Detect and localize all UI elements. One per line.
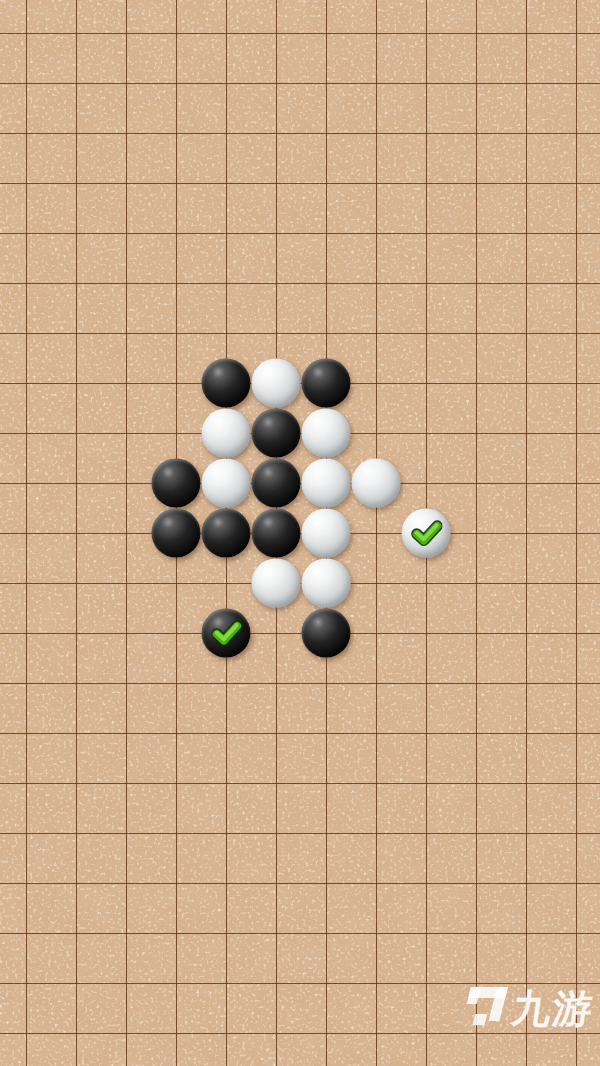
grid-line-horizontal <box>0 83 600 84</box>
stone-black <box>302 609 351 658</box>
grid-line-horizontal <box>0 633 600 634</box>
stone-black <box>202 509 251 558</box>
stone-white <box>302 409 351 458</box>
stone-white <box>202 409 251 458</box>
grid-line-horizontal <box>0 183 600 184</box>
watermark: 九游 <box>451 982 594 1036</box>
gomoku-screen: 九游 <box>0 0 600 1066</box>
stone-white <box>302 509 351 558</box>
grid-line-horizontal <box>0 283 600 284</box>
grid-line-horizontal <box>0 33 600 34</box>
stone-black <box>302 359 351 408</box>
stone-white <box>202 459 251 508</box>
stone-black <box>152 509 201 558</box>
stone-black <box>152 459 201 508</box>
watermark-text: 九游 <box>508 982 598 1036</box>
stone-black <box>252 409 301 458</box>
grid-line-horizontal <box>0 233 600 234</box>
grid-line-horizontal <box>0 133 600 134</box>
stone-white <box>252 559 301 608</box>
grid-line-horizontal <box>0 333 600 334</box>
grid-line-horizontal <box>0 733 600 734</box>
check-badge-icon <box>210 620 242 647</box>
grid-line-horizontal <box>0 883 600 884</box>
stone-white <box>302 459 351 508</box>
grid-line-horizontal <box>0 933 600 934</box>
stone-white <box>252 359 301 408</box>
check-badge-icon <box>410 520 442 547</box>
stone-black-marked[interactable] <box>202 609 251 658</box>
grid-line-horizontal <box>0 683 600 684</box>
stone-black <box>252 459 301 508</box>
jiuyou-g-logo-icon <box>451 983 509 1035</box>
stone-black <box>202 359 251 408</box>
stone-white-marked[interactable] <box>402 509 451 558</box>
stone-white <box>352 459 401 508</box>
stone-black <box>252 509 301 558</box>
stone-white <box>302 559 351 608</box>
grid-line-horizontal <box>0 833 600 834</box>
grid-line-horizontal <box>0 783 600 784</box>
